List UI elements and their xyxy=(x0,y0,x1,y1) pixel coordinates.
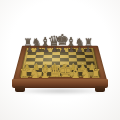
chess-board xyxy=(13,46,107,80)
board-foot-left xyxy=(15,86,25,92)
board-front-edge xyxy=(12,79,108,88)
square xyxy=(51,72,60,76)
chess-set-product-photo: ♜♞♝♛♚♝♞♜♟♟♟♟♟♟♟♟♟♟♟♟♟♟♟♟♜♞♝♛♚♝♞♜ xyxy=(0,0,120,120)
checkerboard-field xyxy=(23,49,97,76)
square xyxy=(32,72,42,76)
square xyxy=(87,72,97,76)
board-foot-right xyxy=(95,86,105,92)
square xyxy=(69,72,78,76)
square xyxy=(41,72,50,76)
square xyxy=(60,72,69,76)
brass-playing-surface xyxy=(20,48,101,77)
